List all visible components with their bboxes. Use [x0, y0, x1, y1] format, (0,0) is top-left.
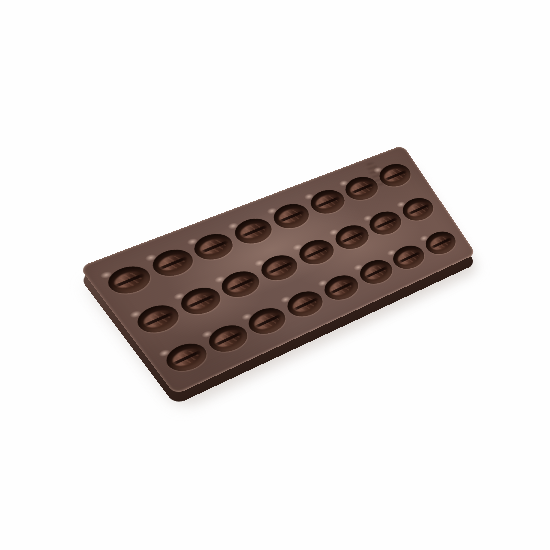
coffee-bean-cavity — [268, 199, 314, 232]
cavity-rim-highlight — [279, 295, 292, 304]
cavity-rim-highlight — [143, 253, 157, 263]
coffee-bean-cavity — [243, 303, 291, 339]
bean-crease-texture — [383, 167, 407, 183]
bean-crease-texture — [349, 180, 374, 197]
cavity-rim-highlight — [396, 200, 407, 208]
bean-crease-texture — [157, 253, 188, 273]
coffee-bean-cavity — [305, 186, 350, 218]
cavity-rim-highlight — [338, 179, 350, 187]
bean-crease-texture — [278, 207, 305, 225]
bean-crease-texture — [171, 347, 202, 368]
cavity-rim-highlight — [327, 228, 339, 237]
bean-crease-texture — [213, 329, 243, 349]
cavity-rim-highlight — [200, 330, 214, 340]
coffee-bean-cavity — [188, 229, 238, 264]
bean-crease-texture — [142, 309, 174, 330]
cavity-rim-highlight — [253, 258, 266, 267]
cavity-rim-highlight — [157, 348, 171, 358]
coffee-bean-cavity — [282, 287, 328, 322]
bean-crease-texture — [339, 229, 365, 247]
bean-crease-texture — [226, 275, 255, 294]
bean-crease-texture — [266, 259, 294, 278]
cavity-rim-highlight — [302, 192, 314, 200]
coffee-bean-cavity — [354, 256, 397, 289]
cavity-rim-highlight — [226, 221, 239, 230]
bean-crease-texture — [406, 201, 430, 218]
cavity-rim-highlight — [386, 249, 397, 257]
coffee-bean-cavity — [319, 271, 364, 305]
bean-crease-texture — [364, 264, 389, 282]
cavity-rim-highlight — [352, 263, 364, 272]
cavity-rim-highlight — [172, 292, 186, 302]
bean-crease-texture — [373, 215, 398, 232]
coffee-bean-cavity — [229, 214, 277, 248]
bean-crease-texture — [303, 243, 330, 261]
coffee-bean-cavity — [330, 221, 374, 254]
coffee-bean-cavity — [101, 261, 156, 299]
cavity-rim-highlight — [265, 206, 278, 215]
cavity-rim-highlight — [186, 237, 200, 246]
cavity-rim-highlight — [98, 270, 113, 280]
coffee-bean-cavity — [421, 228, 461, 259]
coffee-bean-cavity — [216, 266, 265, 302]
bean-crease-texture — [292, 295, 319, 314]
coffee-bean-cavity — [365, 207, 407, 239]
bean-crease-texture — [239, 222, 268, 241]
coffee-bean-cavity — [160, 339, 213, 377]
cavity-rim-highlight — [128, 309, 143, 319]
cavity-rim-highlight — [291, 243, 303, 252]
bean-crease-texture — [199, 237, 229, 256]
coffee-bean-cavity — [294, 235, 339, 269]
cavity-rim-highlight — [362, 214, 374, 222]
cavity-rim-highlight — [317, 279, 329, 288]
coffee-bean-cavity — [398, 194, 438, 225]
coffee-bean-cavity — [146, 245, 199, 281]
bean-crease-texture — [397, 249, 421, 266]
coffee-bean-cavity — [388, 241, 429, 273]
product-photo-scene — [0, 0, 550, 550]
coffee-bean-cavity — [131, 300, 185, 338]
coffee-bean-cavity — [174, 283, 226, 320]
bean-crease-texture — [253, 312, 282, 332]
bean-crease-texture — [113, 270, 146, 290]
coffee-bean-cavity — [203, 321, 253, 358]
coffee-bean-cavity — [256, 251, 303, 286]
cavity-rim-highlight — [241, 312, 254, 321]
bean-crease-texture — [185, 291, 215, 311]
cavity-rim-highlight — [213, 275, 227, 284]
coffee-bean-cavity — [374, 160, 415, 191]
bean-crease-texture — [429, 235, 452, 252]
bean-crease-texture — [328, 279, 354, 297]
cavity-rim-highlight — [419, 234, 430, 242]
bean-crease-texture — [314, 193, 340, 210]
